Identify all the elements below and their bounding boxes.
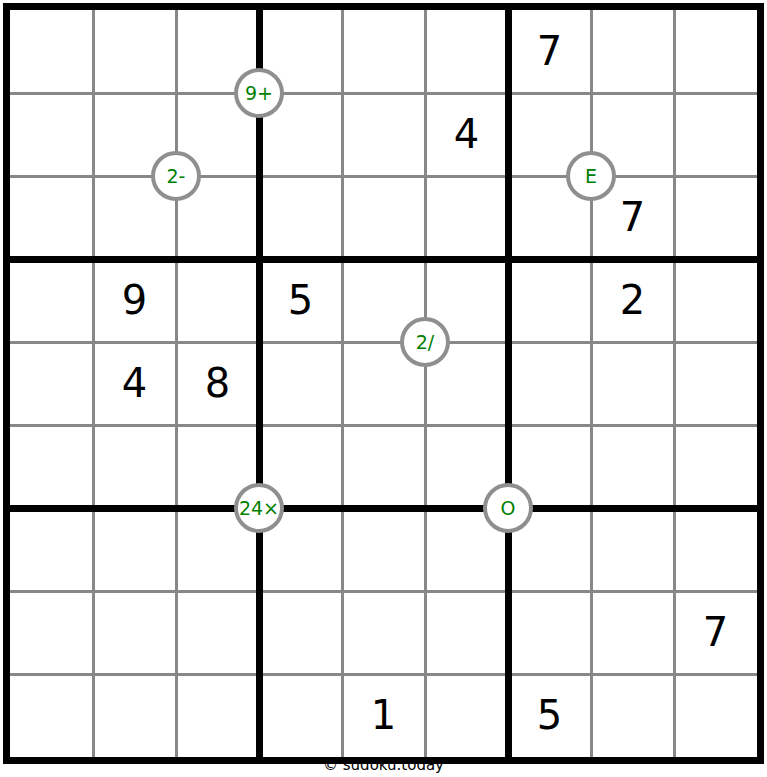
- box-line-horizontal: [10, 505, 757, 512]
- cell-r2c9[interactable]: [674, 93, 757, 176]
- grid-line-horizontal: [10, 175, 757, 178]
- cell-r5c9[interactable]: [674, 342, 757, 425]
- mathrax-clue-label: O: [501, 499, 516, 518]
- cell-r3c1[interactable]: [10, 176, 93, 259]
- cell-r2c5[interactable]: [342, 93, 425, 176]
- mathrax-clue-circle: 24×: [234, 483, 284, 533]
- cell-r3c6[interactable]: [425, 176, 508, 259]
- mathrax-clue-label: 9+: [245, 84, 273, 103]
- cell-r3c9[interactable]: [674, 176, 757, 259]
- cell-r8c2[interactable]: [93, 591, 176, 674]
- cell-r9c8[interactable]: [591, 674, 674, 757]
- given-digit-r1c7[interactable]: 7: [508, 10, 591, 93]
- given-digit-r4c2[interactable]: 9: [93, 259, 176, 342]
- cell-r5c4[interactable]: [259, 342, 342, 425]
- cell-r4c3[interactable]: [176, 259, 259, 342]
- mathrax-clue-label: 2-: [167, 167, 186, 186]
- box-line-vertical: [256, 10, 263, 757]
- cell-r6c8[interactable]: [591, 425, 674, 508]
- cell-r7c1[interactable]: [10, 508, 93, 591]
- cell-r5c8[interactable]: [591, 342, 674, 425]
- cell-r8c8[interactable]: [591, 591, 674, 674]
- cell-r4c1[interactable]: [10, 259, 93, 342]
- given-digit-r2c6[interactable]: 4: [425, 93, 508, 176]
- cell-r7c2[interactable]: [93, 508, 176, 591]
- cell-r1c5[interactable]: [342, 10, 425, 93]
- mathrax-clue-circle: 9+: [234, 68, 284, 118]
- sudoku-board: 747952487159+2-E2/24×O: [3, 3, 764, 764]
- cell-r3c4[interactable]: [259, 176, 342, 259]
- cell-r4c7[interactable]: [508, 259, 591, 342]
- cell-r8c3[interactable]: [176, 591, 259, 674]
- given-digit-r9c7[interactable]: 5: [508, 674, 591, 757]
- mathrax-clue-label: E: [585, 167, 597, 186]
- cell-r1c8[interactable]: [591, 10, 674, 93]
- cell-r7c8[interactable]: [591, 508, 674, 591]
- cell-r9c3[interactable]: [176, 674, 259, 757]
- mathrax-clue-label: 2/: [416, 333, 435, 352]
- cell-r7c5[interactable]: [342, 508, 425, 591]
- grid-line-horizontal: [10, 92, 757, 95]
- cell-r9c2[interactable]: [93, 674, 176, 757]
- grid-line-vertical: [673, 10, 676, 757]
- cell-r2c1[interactable]: [10, 93, 93, 176]
- mathrax-clue-circle: 2/: [400, 317, 450, 367]
- grid-line-horizontal: [10, 424, 757, 427]
- given-digit-r4c8[interactable]: 2: [591, 259, 674, 342]
- box-line-horizontal: [10, 256, 757, 263]
- cell-r4c9[interactable]: [674, 259, 757, 342]
- grid-line-horizontal: [10, 341, 757, 344]
- cell-r8c1[interactable]: [10, 591, 93, 674]
- mathrax-clue-circle: O: [483, 483, 533, 533]
- grid-line-vertical: [92, 10, 95, 757]
- given-digit-r9c9[interactable]: [674, 674, 757, 757]
- cell-r9c6[interactable]: [425, 674, 508, 757]
- mathrax-clue-circle: 2-: [151, 151, 201, 201]
- cell-r5c1[interactable]: [10, 342, 93, 425]
- given-digit-r4c4[interactable]: 5: [259, 259, 342, 342]
- grid-line-horizontal: [10, 590, 757, 593]
- cell-r7c9[interactable]: [674, 508, 757, 591]
- given-digit-r9c5[interactable]: 1: [342, 674, 425, 757]
- grid-line-horizontal: [10, 673, 757, 676]
- cell-r6c2[interactable]: [93, 425, 176, 508]
- cell-r8c4[interactable]: [259, 591, 342, 674]
- cell-r5c7[interactable]: [508, 342, 591, 425]
- given-digit-r8c9[interactable]: 7: [674, 591, 757, 674]
- cell-r9c1[interactable]: [10, 674, 93, 757]
- grid-line-vertical: [175, 10, 178, 757]
- cell-r6c1[interactable]: [10, 425, 93, 508]
- grid-line-vertical: [341, 10, 344, 757]
- cell-r6c5[interactable]: [342, 425, 425, 508]
- cell-r8c6[interactable]: [425, 591, 508, 674]
- cell-r8c7[interactable]: [508, 591, 591, 674]
- cell-r1c6[interactable]: [425, 10, 508, 93]
- cell-r3c5[interactable]: [342, 176, 425, 259]
- cell-r9c4[interactable]: [259, 674, 342, 757]
- puzzle-page: 747952487159+2-E2/24×O © sudoku.today: [0, 0, 767, 777]
- box-line-vertical: [505, 10, 512, 757]
- grid-line-vertical: [590, 10, 593, 757]
- grid-line-vertical: [424, 10, 427, 757]
- given-digit-r5c3[interactable]: 8: [176, 342, 259, 425]
- cell-r1c1[interactable]: [10, 10, 93, 93]
- cell-r1c9[interactable]: [674, 10, 757, 93]
- cell-r6c9[interactable]: [674, 425, 757, 508]
- copyright-text: © sudoku.today: [0, 756, 767, 774]
- mathrax-clue-label: 24×: [239, 499, 279, 518]
- given-digit-r5c2[interactable]: 4: [93, 342, 176, 425]
- mathrax-clue-circle: E: [566, 151, 616, 201]
- cell-r8c5[interactable]: [342, 591, 425, 674]
- cell-r1c2[interactable]: [93, 10, 176, 93]
